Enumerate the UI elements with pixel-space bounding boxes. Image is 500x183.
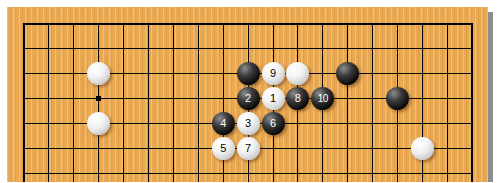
grid-line-vertical xyxy=(73,23,74,183)
grid-line-horizontal xyxy=(23,173,473,174)
stone-black-L15: 6 xyxy=(262,112,285,135)
grid-line-vertical xyxy=(447,23,448,183)
stone-white-K14: 7 xyxy=(237,137,260,160)
stone-black-J15: 4 xyxy=(212,112,235,135)
grid-line-vertical xyxy=(372,23,373,183)
star-point xyxy=(96,96,101,101)
grid-line-vertical xyxy=(98,23,99,183)
stone-white-L16: 1 xyxy=(262,87,285,110)
go-board-diagram: 92181043657 xyxy=(0,0,500,182)
grid-line-horizontal xyxy=(23,48,473,49)
grid-line-vertical xyxy=(148,23,149,183)
board-drop-shadow xyxy=(488,12,493,182)
stone-black-K16: 2 xyxy=(237,87,260,110)
grid-line-vertical xyxy=(198,23,199,183)
stone-white-K15: 3 xyxy=(237,112,260,135)
stone-white-J14: 5 xyxy=(212,137,235,160)
grid-line-horizontal xyxy=(23,23,473,25)
grid-line-vertical xyxy=(173,23,174,183)
stone-white-R14 xyxy=(411,137,434,160)
grid-line-vertical xyxy=(123,23,124,183)
stone-black-Q16 xyxy=(386,87,409,110)
grid-line-vertical xyxy=(48,23,49,183)
stone-black-K17 xyxy=(237,62,260,85)
grid-line-vertical xyxy=(347,23,348,183)
grid-line-vertical xyxy=(23,23,25,183)
stone-white-L17: 9 xyxy=(262,62,285,85)
grid-line-vertical xyxy=(471,23,473,183)
